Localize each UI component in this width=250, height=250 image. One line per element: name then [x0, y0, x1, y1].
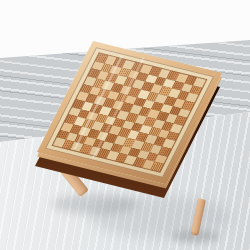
left-leg-shadow	[52, 194, 138, 214]
scene	[0, 0, 250, 250]
board-square	[151, 162, 164, 172]
